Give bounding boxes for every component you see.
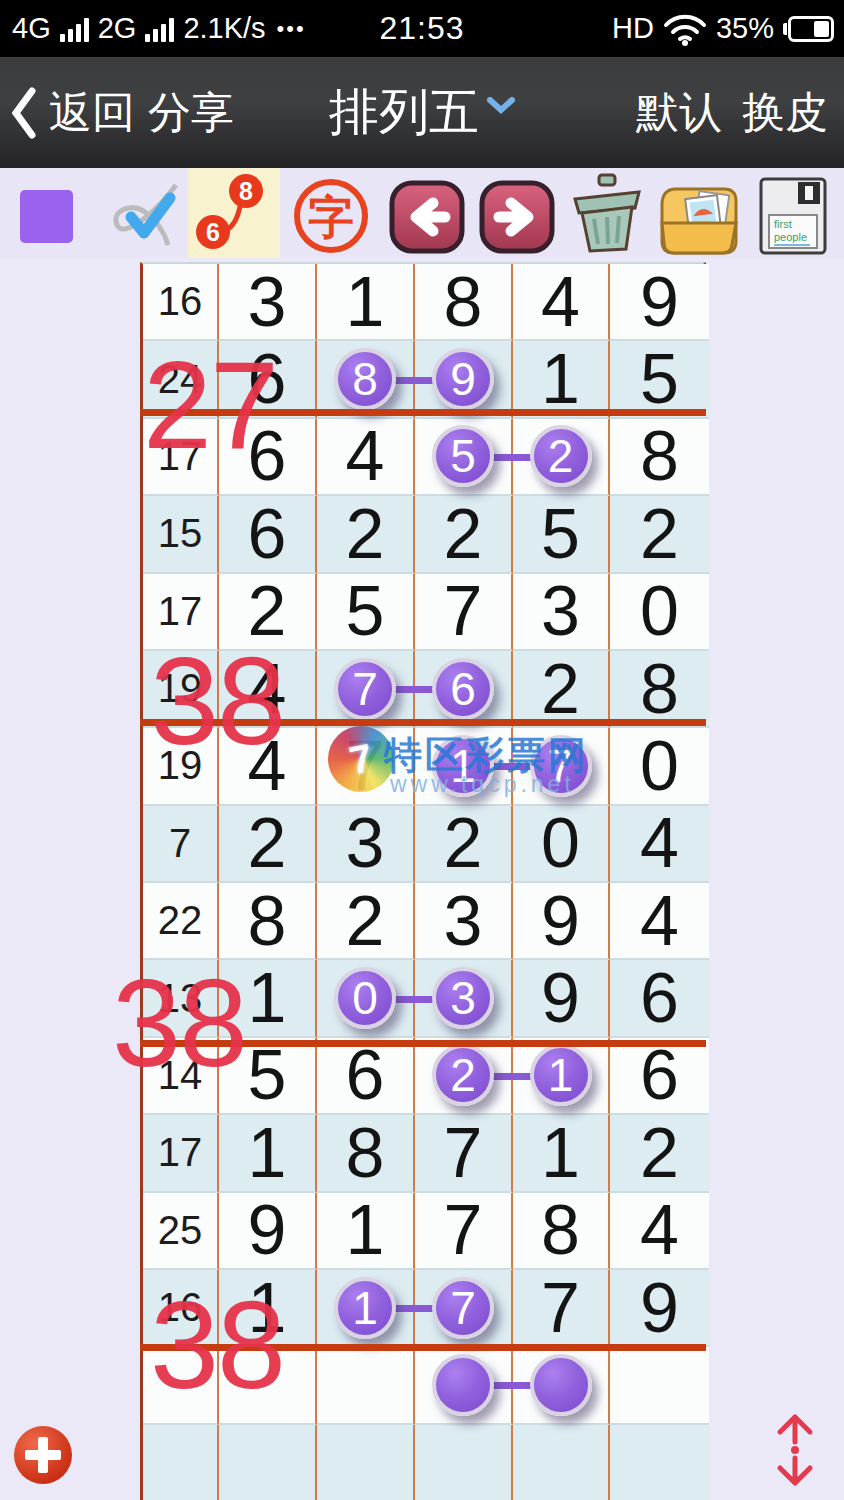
chevron-down-icon[interactable]: [487, 97, 515, 115]
grid-cell[interactable]: 1: [317, 264, 415, 341]
row-label: 7: [143, 806, 219, 883]
grid-cell[interactable]: 0: [610, 728, 709, 805]
mark-circle[interactable]: 8: [334, 348, 396, 410]
row-label: 16: [143, 264, 219, 341]
mark-circle[interactable]: 5: [432, 425, 494, 487]
row-label: 17: [143, 1115, 219, 1192]
arrow-right-icon: [478, 179, 556, 255]
mark-circle[interactable]: [432, 1354, 494, 1416]
battery-icon: [783, 16, 834, 42]
grid-cell[interactable]: 7: [415, 574, 513, 651]
mark-circle[interactable]: 1: [530, 1044, 592, 1106]
gallery-button[interactable]: [656, 177, 742, 261]
grid-cell[interactable]: 8: [513, 1193, 610, 1270]
watermark-url: www.tqcp.net: [390, 771, 575, 798]
grid-cell[interactable]: 8: [610, 419, 709, 496]
gallery-folder-icon: [656, 177, 742, 257]
red-sum-annotation: 27: [143, 332, 277, 478]
svg-text:6: 6: [206, 218, 220, 246]
mark-circle[interactable]: 6: [432, 658, 494, 720]
mark-circle[interactable]: 3: [432, 967, 494, 1029]
check-pen-icon: [104, 178, 184, 254]
save-floppy-icon: first people: [748, 175, 836, 257]
toolbar: 6 8 字: [0, 168, 844, 258]
grid-cell[interactable]: [415, 1425, 513, 1500]
grid-cell[interactable]: 4: [610, 883, 709, 960]
grid-cell[interactable]: 6: [219, 496, 317, 573]
grid-cell[interactable]: 2: [513, 651, 610, 728]
grid-cell[interactable]: 8: [415, 264, 513, 341]
grid-cell[interactable]: 6: [610, 960, 709, 1037]
svg-text:8: 8: [239, 177, 253, 205]
grid-cell[interactable]: 2: [317, 883, 415, 960]
mark-circle[interactable]: 2: [530, 425, 592, 487]
row-label: 25: [143, 1193, 219, 1270]
grid-cell[interactable]: 2: [415, 806, 513, 883]
mark-circle[interactable]: 0: [334, 967, 396, 1029]
grid-cell[interactable]: 9: [513, 960, 610, 1037]
red-sum-annotation: 38: [150, 628, 284, 774]
mark-circle[interactable]: 2: [432, 1044, 494, 1106]
nav-bar: 返回 分享 排列五 默认 换皮: [0, 57, 844, 168]
wifi-icon: [663, 12, 707, 46]
trash-button[interactable]: [563, 172, 651, 260]
battery-percent: 35%: [716, 12, 774, 45]
mark-circle[interactable]: 1: [334, 1277, 396, 1339]
text-stamp-icon: 字: [290, 176, 372, 256]
save-button[interactable]: first people: [748, 175, 836, 261]
volte-hd-label: HD: [612, 12, 654, 45]
status-bar: 4G 2G 2.1K/s ••• 21:53 HD 35%: [0, 0, 844, 57]
grid-cell[interactable]: [317, 1347, 415, 1424]
grid-cell[interactable]: 1: [513, 341, 610, 418]
grid-cell[interactable]: 2: [317, 496, 415, 573]
mark-circle[interactable]: [530, 1354, 592, 1416]
grid-cell[interactable]: 8: [317, 1115, 415, 1192]
red-sum-annotation: 38: [112, 950, 246, 1096]
scroll-up-down-control[interactable]: [772, 1410, 818, 1490]
grid-cell[interactable]: 2: [219, 806, 317, 883]
svg-text:字: 字: [308, 191, 354, 243]
grid-cell[interactable]: 8: [219, 883, 317, 960]
change-skin-button[interactable]: 换皮: [742, 84, 828, 142]
default-skin-button[interactable]: 默认: [636, 84, 722, 142]
grid-cell[interactable]: 7: [513, 1270, 610, 1347]
add-button[interactable]: [14, 1426, 72, 1484]
grid-cell[interactable]: 4: [513, 264, 610, 341]
grid-cell[interactable]: [513, 1425, 610, 1500]
check-pen-tool-button[interactable]: [104, 178, 184, 258]
grid-cell[interactable]: 9: [610, 264, 709, 341]
status-right: HD 35%: [612, 0, 834, 57]
trend-chart-board: 1631849246891517645281562252172573019476…: [0, 258, 844, 1500]
grid-cell[interactable]: 0: [610, 574, 709, 651]
grid-cell[interactable]: 9: [513, 883, 610, 960]
undo-arrow-left-button[interactable]: [388, 179, 466, 259]
red-sum-annotation: 38: [150, 1272, 284, 1418]
page-title[interactable]: 排列五: [329, 79, 479, 146]
text-stamp-tool-button[interactable]: 字: [290, 176, 372, 260]
grid-cell[interactable]: 9: [219, 1193, 317, 1270]
grid-cell[interactable]: 7: [415, 1193, 513, 1270]
row-label: 15: [143, 496, 219, 573]
mark-circle[interactable]: 7: [432, 1277, 494, 1339]
grid-cell[interactable]: 4: [317, 419, 415, 496]
trash-icon: [563, 172, 651, 256]
grid-cell[interactable]: 4: [610, 806, 709, 883]
grid-cell[interactable]: 3: [317, 806, 415, 883]
grid-cell[interactable]: 5: [513, 496, 610, 573]
grid-cell[interactable]: 3: [415, 883, 513, 960]
mark-circle[interactable]: 9: [432, 348, 494, 410]
grid-cell[interactable]: 1: [219, 1115, 317, 1192]
grid-cell[interactable]: [219, 1425, 317, 1500]
grid-cell[interactable]: 2: [610, 496, 709, 573]
grid-cell[interactable]: [317, 1425, 415, 1500]
grid-cell[interactable]: 2: [415, 496, 513, 573]
row-label: 22: [143, 883, 219, 960]
color-swatch-button[interactable]: [20, 190, 73, 243]
grid-cell[interactable]: 1: [317, 1193, 415, 1270]
svg-text:first: first: [774, 218, 792, 230]
grid-cell[interactable]: 5: [610, 341, 709, 418]
grid-cell[interactable]: 1: [513, 1115, 610, 1192]
connect-circles-tool-button[interactable]: 6 8: [188, 168, 280, 258]
mark-circle[interactable]: 7: [334, 658, 396, 720]
grid-cell[interactable]: 7: [415, 1115, 513, 1192]
grid-cell[interactable]: 0: [513, 806, 610, 883]
redo-arrow-right-button[interactable]: [478, 179, 556, 259]
connect-circles-icon: 6 8: [188, 168, 280, 258]
svg-text:people: people: [774, 231, 807, 243]
grid-cell[interactable]: 4: [610, 1193, 709, 1270]
grid-cell[interactable]: 6: [317, 1038, 415, 1115]
grid-cell[interactable]: [610, 1425, 709, 1500]
grid-cell[interactable]: 3: [219, 264, 317, 341]
grid-cell[interactable]: 9: [610, 1270, 709, 1347]
grid-cell[interactable]: 3: [513, 574, 610, 651]
row-label: [143, 1425, 219, 1500]
grid-cell[interactable]: 2: [610, 1115, 709, 1192]
arrow-left-icon: [388, 179, 466, 255]
grid-cell[interactable]: 8: [610, 651, 709, 728]
grid-cell[interactable]: 5: [317, 574, 415, 651]
grid-cell[interactable]: [610, 1347, 709, 1424]
grid-cell[interactable]: 6: [610, 1038, 709, 1115]
